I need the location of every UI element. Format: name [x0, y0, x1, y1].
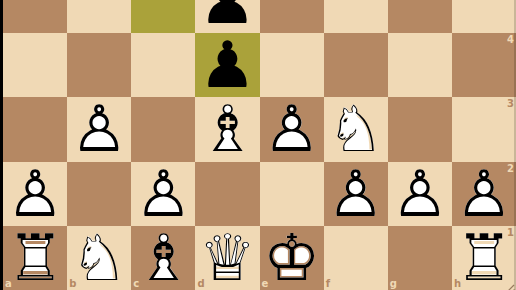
white-piece-outline-glyph: ♘ — [67, 226, 131, 290]
white-piece-fill-glyph: ♚ — [260, 226, 324, 290]
white-piece-outline-glyph: ♖ — [3, 226, 67, 290]
square-f2[interactable]: ♟♙ — [324, 162, 388, 226]
piece-white-bishop-d3[interactable]: ♝♗ — [195, 97, 259, 161]
piece-white-rook-a1[interactable]: ♜♖ — [3, 226, 67, 290]
square-g5[interactable] — [388, 0, 452, 33]
white-piece-fill-glyph: ♟ — [3, 162, 67, 226]
board-resize-handle-icon[interactable] — [505, 279, 515, 289]
white-piece-outline-glyph: ♗ — [131, 226, 195, 290]
square-d2[interactable] — [195, 162, 259, 226]
square-h4[interactable]: 4 — [452, 33, 516, 97]
piece-white-knight-b1[interactable]: ♞♘ — [67, 226, 131, 290]
square-a4[interactable] — [3, 33, 67, 97]
white-piece-outline-glyph: ♙ — [388, 162, 452, 226]
square-h2[interactable]: 2♟♙ — [452, 162, 516, 226]
white-piece-fill-glyph: ♟ — [452, 162, 516, 226]
square-g1[interactable]: g — [388, 226, 452, 290]
square-b3[interactable]: ♟♙ — [67, 97, 131, 161]
piece-white-knight-f3[interactable]: ♞♘ — [324, 97, 388, 161]
rank-label-3: 3 — [507, 99, 514, 109]
white-piece-fill-glyph: ♟ — [388, 162, 452, 226]
square-h5[interactable]: 5 — [452, 0, 516, 33]
square-g3[interactable] — [388, 97, 452, 161]
square-d1[interactable]: d♛♕ — [195, 226, 259, 290]
square-c3[interactable] — [131, 97, 195, 161]
square-f1[interactable]: f — [324, 226, 388, 290]
white-piece-outline-glyph: ♔ — [260, 226, 324, 290]
square-c4[interactable] — [131, 33, 195, 97]
white-piece-fill-glyph: ♟ — [324, 162, 388, 226]
chess-board-viewport: 876♟5♟4♟♙♝♗♟♙♞♘3♟♙♟♙♟♙♟♙2♟♙a♜♖b♞♘c♝♗d♛♕e… — [0, 0, 516, 290]
white-piece-fill-glyph: ♛ — [195, 226, 259, 290]
square-e4[interactable] — [260, 33, 324, 97]
piece-white-pawn-b3[interactable]: ♟♙ — [67, 97, 131, 161]
square-b1[interactable]: b♞♘ — [67, 226, 131, 290]
white-piece-outline-glyph: ♙ — [67, 97, 131, 161]
piece-white-queen-d1[interactable]: ♛♕ — [195, 226, 259, 290]
square-a3[interactable] — [3, 97, 67, 161]
chess-board: 876♟5♟4♟♙♝♗♟♙♞♘3♟♙♟♙♟♙♟♙2♟♙a♜♖b♞♘c♝♗d♛♕e… — [3, 0, 516, 290]
square-f4[interactable] — [324, 33, 388, 97]
square-a1[interactable]: a♜♖ — [3, 226, 67, 290]
file-label-g: g — [390, 279, 397, 289]
white-piece-outline-glyph: ♙ — [324, 162, 388, 226]
piece-white-pawn-f2[interactable]: ♟♙ — [324, 162, 388, 226]
white-piece-outline-glyph: ♙ — [452, 162, 516, 226]
piece-white-pawn-g2[interactable]: ♟♙ — [388, 162, 452, 226]
square-a5[interactable] — [3, 0, 67, 33]
square-g4[interactable] — [388, 33, 452, 97]
white-piece-outline-glyph: ♙ — [260, 97, 324, 161]
white-piece-fill-glyph: ♜ — [3, 226, 67, 290]
white-piece-outline-glyph: ♙ — [131, 162, 195, 226]
square-a2[interactable]: ♟♙ — [3, 162, 67, 226]
square-d4[interactable]: ♟ — [195, 33, 259, 97]
square-f3[interactable]: ♞♘ — [324, 97, 388, 161]
piece-white-pawn-a2[interactable]: ♟♙ — [3, 162, 67, 226]
resize-diagonal-lines-icon — [505, 284, 515, 290]
white-piece-outline-glyph: ♗ — [195, 97, 259, 161]
square-c1[interactable]: c♝♗ — [131, 226, 195, 290]
white-piece-fill-glyph: ♝ — [131, 226, 195, 290]
white-piece-fill-glyph: ♞ — [67, 226, 131, 290]
square-e5[interactable] — [260, 0, 324, 33]
square-c2[interactable]: ♟♙ — [131, 162, 195, 226]
rank-label-4: 4 — [507, 35, 514, 45]
piece-black-pawn-d5[interactable]: ♟ — [195, 0, 259, 33]
square-b2[interactable] — [67, 162, 131, 226]
square-e1[interactable]: e♚♔ — [260, 226, 324, 290]
piece-white-king-e1[interactable]: ♚♔ — [260, 226, 324, 290]
square-b5[interactable] — [67, 0, 131, 33]
square-c5[interactable] — [131, 0, 195, 33]
white-piece-outline-glyph: ♙ — [3, 162, 67, 226]
square-e3[interactable]: ♟♙ — [260, 97, 324, 161]
white-piece-fill-glyph: ♟ — [260, 97, 324, 161]
square-e2[interactable] — [260, 162, 324, 226]
piece-white-pawn-c2[interactable]: ♟♙ — [131, 162, 195, 226]
white-piece-fill-glyph: ♞ — [324, 97, 388, 161]
piece-black-pawn-d4[interactable]: ♟ — [195, 33, 259, 97]
square-d5[interactable]: ♟ — [195, 0, 259, 33]
square-f5[interactable] — [324, 0, 388, 33]
piece-white-pawn-h2[interactable]: ♟♙ — [452, 162, 516, 226]
white-piece-outline-glyph: ♘ — [324, 97, 388, 161]
square-g2[interactable]: ♟♙ — [388, 162, 452, 226]
square-b4[interactable] — [67, 33, 131, 97]
white-piece-outline-glyph: ♕ — [195, 226, 259, 290]
piece-white-bishop-c1[interactable]: ♝♗ — [131, 226, 195, 290]
black-piece-glyph: ♟ — [195, 0, 259, 33]
white-piece-fill-glyph: ♟ — [67, 97, 131, 161]
file-label-f: f — [326, 279, 330, 289]
white-piece-fill-glyph: ♝ — [195, 97, 259, 161]
square-h3[interactable]: 3 — [452, 97, 516, 161]
white-piece-fill-glyph: ♟ — [131, 162, 195, 226]
square-d3[interactable]: ♝♗ — [195, 97, 259, 161]
piece-white-pawn-e3[interactable]: ♟♙ — [260, 97, 324, 161]
black-piece-glyph: ♟ — [195, 33, 259, 97]
